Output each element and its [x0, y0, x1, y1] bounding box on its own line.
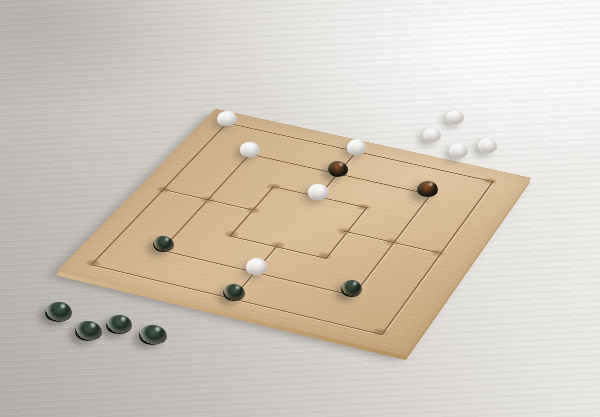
tray-stone-black-6[interactable]: [75, 321, 102, 341]
stone-black-d1[interactable]: [223, 284, 245, 301]
dimple-c3: [218, 228, 246, 242]
dimple-e4: [331, 224, 358, 238]
dimple-c4: [239, 204, 266, 217]
dimple-g1: [366, 324, 395, 339]
stone-white-a7[interactable]: [217, 111, 237, 127]
stone-black-f6[interactable]: [417, 181, 437, 197]
tray-stone-black-7[interactable]: [106, 315, 132, 334]
dimple-b4: [194, 193, 221, 206]
dimple-a1: [78, 256, 107, 270]
stone-white-d2[interactable]: [246, 258, 268, 275]
stone-white-d7[interactable]: [347, 139, 367, 155]
dimple-d3: [264, 238, 292, 252]
tray-stone-white-2[interactable]: [423, 128, 441, 142]
dimple-a4: [150, 183, 177, 196]
dimple-f4: [377, 235, 404, 249]
stone-white-b6[interactable]: [240, 142, 260, 158]
stone-black-b2[interactable]: [153, 236, 174, 253]
tray-stone-white-3[interactable]: [449, 143, 468, 158]
dimple-e5: [350, 201, 377, 214]
dimple-c5: [260, 180, 287, 193]
tray-stone-black-5[interactable]: [45, 302, 72, 322]
tray-stone-black-8[interactable]: [139, 325, 167, 345]
dimple-g7: [477, 175, 503, 188]
table-scene: [0, 0, 600, 417]
tray-stone-white-1[interactable]: [446, 110, 464, 124]
dimple-g4: [424, 246, 451, 260]
stone-black-d6[interactable]: [328, 161, 348, 177]
tray-stone-white-4[interactable]: [478, 138, 497, 153]
dimple-e3: [310, 249, 338, 263]
stone-white-d5[interactable]: [308, 184, 328, 200]
